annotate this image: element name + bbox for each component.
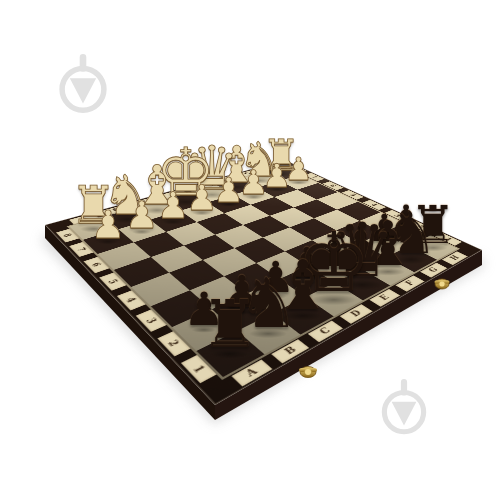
brass-clasp-right <box>434 279 449 289</box>
product-photo: 88AA77BB66CC55DD44EE33FF22GG11HH ♜♞♝♚♛♝♞… <box>0 0 500 500</box>
watermark-logo-bottom-right <box>373 378 435 440</box>
watermark-logo-top-left <box>50 53 116 119</box>
brass-clasp-front <box>299 367 317 378</box>
